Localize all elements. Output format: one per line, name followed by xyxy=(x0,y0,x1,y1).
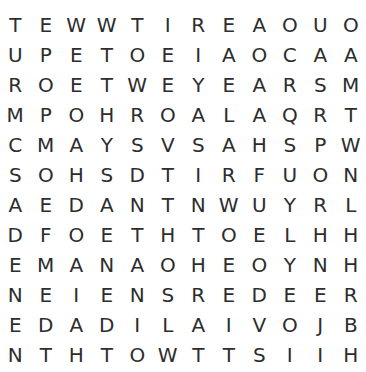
grid-cell[interactable]: I xyxy=(61,280,92,310)
grid-cell[interactable]: H xyxy=(183,250,214,280)
grid-cell[interactable]: W xyxy=(214,190,245,220)
grid-cell[interactable]: N xyxy=(336,160,366,190)
grid-cell[interactable]: O xyxy=(31,70,62,100)
grid-cell[interactable]: T xyxy=(122,220,153,250)
grid-cell[interactable]: D xyxy=(0,220,31,250)
grid-cell[interactable]: T xyxy=(336,100,366,130)
grid-cell[interactable]: S xyxy=(92,160,123,190)
grid-cell[interactable]: E xyxy=(92,280,123,310)
grid-cell[interactable]: I xyxy=(183,160,214,190)
grid-cell[interactable]: T xyxy=(92,340,123,370)
grid-cell[interactable]: D xyxy=(92,310,123,340)
grid-cell[interactable]: T xyxy=(31,340,62,370)
grid-cell[interactable]: T xyxy=(214,340,245,370)
grid-cell[interactable]: N xyxy=(122,280,153,310)
grid-cell[interactable]: T xyxy=(92,40,123,70)
grid-cell[interactable]: R xyxy=(183,10,214,40)
grid-cell[interactable]: V xyxy=(244,310,275,340)
grid-cell[interactable]: A xyxy=(244,10,275,40)
grid-cell[interactable]: F xyxy=(31,220,62,250)
grid-cell[interactable]: C xyxy=(275,40,306,70)
grid-cell[interactable]: I xyxy=(122,310,153,340)
grid-cell[interactable]: N xyxy=(122,190,153,220)
grid-cell[interactable]: R xyxy=(183,280,214,310)
grid-cell[interactable]: R xyxy=(0,70,31,100)
grid-cell[interactable]: H xyxy=(336,220,366,250)
grid-cell[interactable]: H xyxy=(336,340,366,370)
grid-cell[interactable]: E xyxy=(61,40,92,70)
grid-cell[interactable]: A xyxy=(61,310,92,340)
grid-cell[interactable]: O xyxy=(153,100,184,130)
grid-cell[interactable]: E xyxy=(31,280,62,310)
grid-cell[interactable]: Y xyxy=(275,190,306,220)
grid-cell[interactable]: A xyxy=(122,250,153,280)
grid-cell[interactable]: L xyxy=(275,220,306,250)
grid-cell[interactable]: E xyxy=(275,280,306,310)
grid-cell[interactable]: U xyxy=(0,40,31,70)
grid-cell[interactable]: I xyxy=(275,340,306,370)
grid-cell[interactable]: P xyxy=(31,40,62,70)
grid-cell[interactable]: S xyxy=(275,130,306,160)
word-search-grid: TEWWTIREAOUOUPETOEIAOCAAROETWEYEARSMMPOH… xyxy=(0,0,366,372)
grid-cell[interactable]: L xyxy=(153,310,184,340)
grid-cell[interactable]: H xyxy=(61,160,92,190)
grid-cell[interactable]: A xyxy=(183,100,214,130)
grid-cell[interactable]: O xyxy=(61,100,92,130)
grid-cell[interactable]: D xyxy=(61,190,92,220)
grid-cell[interactable]: O xyxy=(153,250,184,280)
grid-cell[interactable]: P xyxy=(31,100,62,130)
grid-cell[interactable]: N xyxy=(305,250,336,280)
grid-cell[interactable]: A xyxy=(305,40,336,70)
grid-cell[interactable]: E xyxy=(214,280,245,310)
grid-cell[interactable]: L xyxy=(214,100,245,130)
grid-cell[interactable]: E xyxy=(244,220,275,250)
grid-cell[interactable]: E xyxy=(153,40,184,70)
grid-cell[interactable]: A xyxy=(244,70,275,100)
grid-cell[interactable]: O xyxy=(122,340,153,370)
grid-cell[interactable]: C xyxy=(0,130,31,160)
grid-cell[interactable]: E xyxy=(92,220,123,250)
grid-cell[interactable]: J xyxy=(305,310,336,340)
grid-cell[interactable]: N xyxy=(0,280,31,310)
grid-cell[interactable]: H xyxy=(336,250,366,280)
grid-cell[interactable]: U xyxy=(244,190,275,220)
grid-cell[interactable]: I xyxy=(183,40,214,70)
grid-cell[interactable]: D xyxy=(122,160,153,190)
grid-cell[interactable]: A xyxy=(214,130,245,160)
grid-cell[interactable]: E xyxy=(61,70,92,100)
grid-cell[interactable]: E xyxy=(31,10,62,40)
grid-cell[interactable]: S xyxy=(183,130,214,160)
grid-cell[interactable]: O xyxy=(275,10,306,40)
grid-cell[interactable]: T xyxy=(122,10,153,40)
grid-cell[interactable]: I xyxy=(153,10,184,40)
grid-cell[interactable]: A xyxy=(61,130,92,160)
grid-cell[interactable]: S xyxy=(244,340,275,370)
grid-cell[interactable]: R xyxy=(214,160,245,190)
grid-cell[interactable]: L xyxy=(336,190,366,220)
grid-cell[interactable]: E xyxy=(305,280,336,310)
grid-cell[interactable]: H xyxy=(61,340,92,370)
grid-cell[interactable]: T xyxy=(153,160,184,190)
grid-cell[interactable]: E xyxy=(0,310,31,340)
grid-cell[interactable]: M xyxy=(336,70,366,100)
grid-cell[interactable]: S xyxy=(153,280,184,310)
grid-cell[interactable]: W xyxy=(122,70,153,100)
grid-cell[interactable]: A xyxy=(0,190,31,220)
grid-cell[interactable]: E xyxy=(0,250,31,280)
grid-cell[interactable]: W xyxy=(336,130,366,160)
grid-cell[interactable]: R xyxy=(122,100,153,130)
grid-cell[interactable]: O xyxy=(336,10,366,40)
grid-cell[interactable]: Q xyxy=(275,100,306,130)
grid-cell[interactable]: T xyxy=(183,340,214,370)
grid-cell[interactable]: O xyxy=(31,160,62,190)
grid-cell[interactable]: O xyxy=(214,220,245,250)
grid-cell[interactable]: V xyxy=(153,130,184,160)
grid-cell[interactable]: W xyxy=(61,10,92,40)
grid-cell[interactable]: I xyxy=(305,340,336,370)
grid-cell[interactable]: A xyxy=(336,40,366,70)
grid-cell[interactable]: N xyxy=(0,340,31,370)
grid-cell[interactable]: O xyxy=(122,40,153,70)
grid-cell[interactable]: T xyxy=(153,190,184,220)
grid-cell[interactable]: R xyxy=(275,70,306,100)
grid-cell[interactable]: F xyxy=(244,160,275,190)
grid-cell[interactable]: E xyxy=(214,10,245,40)
grid-cell[interactable]: T xyxy=(183,220,214,250)
grid-cell[interactable]: R xyxy=(336,280,366,310)
grid-cell[interactable]: T xyxy=(92,70,123,100)
grid-cell[interactable]: N xyxy=(92,250,123,280)
grid-cell[interactable]: Y xyxy=(275,250,306,280)
grid-cell[interactable]: W xyxy=(153,340,184,370)
grid-cell[interactable]: H xyxy=(92,100,123,130)
grid-cell[interactable]: O xyxy=(244,40,275,70)
grid-cell[interactable]: O xyxy=(305,160,336,190)
grid-cell[interactable]: D xyxy=(244,280,275,310)
grid-cell[interactable]: A xyxy=(61,250,92,280)
grid-cell[interactable]: O xyxy=(244,250,275,280)
grid-cell[interactable]: A xyxy=(183,310,214,340)
grid-cell[interactable]: Y xyxy=(183,70,214,100)
grid-cell[interactable]: S xyxy=(0,160,31,190)
grid-cell[interactable]: E xyxy=(214,250,245,280)
grid-cell[interactable]: A xyxy=(92,190,123,220)
grid-cell[interactable]: U xyxy=(305,10,336,40)
grid-cell[interactable]: W xyxy=(92,10,123,40)
grid-cell[interactable]: H xyxy=(153,220,184,250)
grid-cell[interactable]: M xyxy=(31,250,62,280)
grid-cell[interactable]: I xyxy=(214,310,245,340)
grid-cell[interactable]: M xyxy=(31,130,62,160)
grid-cell[interactable]: E xyxy=(153,70,184,100)
grid-cell[interactable]: O xyxy=(61,220,92,250)
grid-cell[interactable]: E xyxy=(214,70,245,100)
grid-cell[interactable]: A xyxy=(214,40,245,70)
grid-cell[interactable]: P xyxy=(305,130,336,160)
grid-cell[interactable]: A xyxy=(244,100,275,130)
grid-cell[interactable]: Y xyxy=(92,130,123,160)
grid-cell[interactable]: E xyxy=(31,190,62,220)
grid-cell[interactable]: N xyxy=(183,190,214,220)
grid-cell[interactable]: H xyxy=(305,220,336,250)
grid-cell[interactable]: R xyxy=(305,100,336,130)
grid-cell[interactable]: O xyxy=(275,310,306,340)
grid-cell[interactable]: U xyxy=(275,160,306,190)
grid-cell[interactable]: B xyxy=(336,310,366,340)
grid-cell[interactable]: T xyxy=(0,10,31,40)
grid-cell[interactable]: R xyxy=(305,190,336,220)
grid-cell[interactable]: S xyxy=(305,70,336,100)
grid-cell[interactable]: H xyxy=(244,130,275,160)
grid-cell[interactable]: M xyxy=(0,100,31,130)
grid-cell[interactable]: S xyxy=(122,130,153,160)
grid-cell[interactable]: D xyxy=(31,310,62,340)
